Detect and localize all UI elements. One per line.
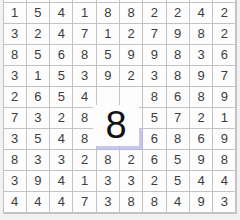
- cell-r2c3[interactable]: 4: [50, 24, 73, 45]
- cell-r9c9[interactable]: 4: [190, 171, 213, 192]
- cell-r8c5[interactable]: 8: [97, 150, 120, 171]
- cell-r4c1[interactable]: 3: [4, 66, 27, 87]
- cell-r3c10[interactable]: 6: [213, 45, 236, 66]
- cell-r1c5[interactable]: 8: [97, 3, 120, 24]
- cell-r3c2[interactable]: 5: [27, 45, 50, 66]
- cell-r3c6[interactable]: 9: [120, 45, 143, 66]
- cell-r10c6[interactable]: 8: [120, 192, 143, 213]
- cell-r4c6[interactable]: 2: [120, 66, 143, 87]
- cell-r9c8[interactable]: 5: [167, 171, 190, 192]
- cell-r4c5[interactable]: 9: [97, 66, 120, 87]
- cell-r9c2[interactable]: 9: [27, 171, 50, 192]
- cell-r4c8[interactable]: 8: [167, 66, 190, 87]
- cell-r4c2[interactable]: 1: [27, 66, 50, 87]
- cell-r8c10[interactable]: 8: [213, 150, 236, 171]
- cell-r5c9[interactable]: 8: [190, 87, 213, 108]
- cell-r3c9[interactable]: 3: [190, 45, 213, 66]
- cell-r10c7[interactable]: 8: [143, 192, 166, 213]
- cell-r5c2[interactable]: 6: [27, 87, 50, 108]
- cell-r8c2[interactable]: 3: [27, 150, 50, 171]
- cell-r1c4[interactable]: 1: [73, 3, 96, 24]
- cell-r1c9[interactable]: 4: [190, 3, 213, 24]
- target-number-overlay: 8: [93, 105, 139, 146]
- puzzle-viewport: 1541882242324712798285685998363153923897…: [0, 0, 240, 220]
- cell-r1c8[interactable]: 2: [167, 3, 190, 24]
- cell-r3c8[interactable]: 8: [167, 45, 190, 66]
- cell-r4c10[interactable]: 7: [213, 66, 236, 87]
- cell-r10c8[interactable]: 4: [167, 192, 190, 213]
- cell-r9c10[interactable]: 4: [213, 171, 236, 192]
- cell-r1c6[interactable]: 8: [120, 3, 143, 24]
- cell-r10c10[interactable]: 3: [213, 192, 236, 213]
- cell-r10c2[interactable]: 4: [27, 192, 50, 213]
- cell-r6c1[interactable]: 7: [4, 108, 27, 129]
- cell-r4c9[interactable]: 9: [190, 66, 213, 87]
- cell-r2c6[interactable]: 2: [120, 24, 143, 45]
- cell-r5c3[interactable]: 5: [50, 87, 73, 108]
- cell-r2c5[interactable]: 1: [97, 24, 120, 45]
- cell-r8c1[interactable]: 8: [4, 150, 27, 171]
- cell-r3c5[interactable]: 5: [97, 45, 120, 66]
- cell-r2c2[interactable]: 2: [27, 24, 50, 45]
- cell-r10c4[interactable]: 7: [73, 192, 96, 213]
- cell-r1c7[interactable]: 2: [143, 3, 166, 24]
- cell-r6c10[interactable]: 1: [213, 108, 236, 129]
- cell-r8c6[interactable]: 2: [120, 150, 143, 171]
- cell-r8c4[interactable]: 2: [73, 150, 96, 171]
- cell-r2c4[interactable]: 7: [73, 24, 96, 45]
- cell-r3c7[interactable]: 9: [143, 45, 166, 66]
- cell-r3c4[interactable]: 8: [73, 45, 96, 66]
- cell-r3c3[interactable]: 6: [50, 45, 73, 66]
- cell-r1c3[interactable]: 4: [50, 3, 73, 24]
- cell-r2c9[interactable]: 8: [190, 24, 213, 45]
- cell-r9c6[interactable]: 3: [120, 171, 143, 192]
- cell-r7c1[interactable]: 3: [4, 129, 27, 150]
- cell-r9c1[interactable]: 3: [4, 171, 27, 192]
- cell-r9c4[interactable]: 1: [73, 171, 96, 192]
- cell-r4c3[interactable]: 5: [50, 66, 73, 87]
- cell-r8c9[interactable]: 9: [190, 150, 213, 171]
- cell-r5c7[interactable]: 8: [143, 87, 166, 108]
- cell-r7c8[interactable]: 8: [167, 129, 190, 150]
- cell-r9c3[interactable]: 4: [50, 171, 73, 192]
- target-number: 8: [105, 105, 126, 146]
- cell-r10c3[interactable]: 4: [50, 192, 73, 213]
- cell-r7c7[interactable]: 6: [143, 129, 166, 150]
- cell-r10c9[interactable]: 9: [190, 192, 213, 213]
- cell-r8c7[interactable]: 6: [143, 150, 166, 171]
- cell-r9c5[interactable]: 3: [97, 171, 120, 192]
- cell-r1c10[interactable]: 2: [213, 3, 236, 24]
- cell-r4c4[interactable]: 3: [73, 66, 96, 87]
- cell-r9c7[interactable]: 2: [143, 171, 166, 192]
- cell-r6c9[interactable]: 2: [190, 108, 213, 129]
- cell-r6c7[interactable]: 5: [143, 108, 166, 129]
- cell-r6c3[interactable]: 2: [50, 108, 73, 129]
- cell-r2c10[interactable]: 2: [213, 24, 236, 45]
- cell-r1c1[interactable]: 1: [4, 3, 27, 24]
- cell-r7c9[interactable]: 6: [190, 129, 213, 150]
- cell-r10c5[interactable]: 3: [97, 192, 120, 213]
- cell-r2c1[interactable]: 3: [4, 24, 27, 45]
- cell-r10c1[interactable]: 4: [4, 192, 27, 213]
- cell-r7c2[interactable]: 5: [27, 129, 50, 150]
- cell-r6c2[interactable]: 3: [27, 108, 50, 129]
- cell-r7c10[interactable]: 9: [213, 129, 236, 150]
- cell-r7c3[interactable]: 4: [50, 129, 73, 150]
- cell-r6c8[interactable]: 7: [167, 108, 190, 129]
- cell-r2c7[interactable]: 7: [143, 24, 166, 45]
- cell-r4c7[interactable]: 3: [143, 66, 166, 87]
- cell-r5c10[interactable]: 9: [213, 87, 236, 108]
- cell-r8c3[interactable]: 3: [50, 150, 73, 171]
- cell-r1c2[interactable]: 5: [27, 3, 50, 24]
- cell-r2c8[interactable]: 9: [167, 24, 190, 45]
- cell-r8c8[interactable]: 5: [167, 150, 190, 171]
- cell-r5c1[interactable]: 2: [4, 87, 27, 108]
- cell-r5c8[interactable]: 6: [167, 87, 190, 108]
- cell-r3c1[interactable]: 8: [4, 45, 27, 66]
